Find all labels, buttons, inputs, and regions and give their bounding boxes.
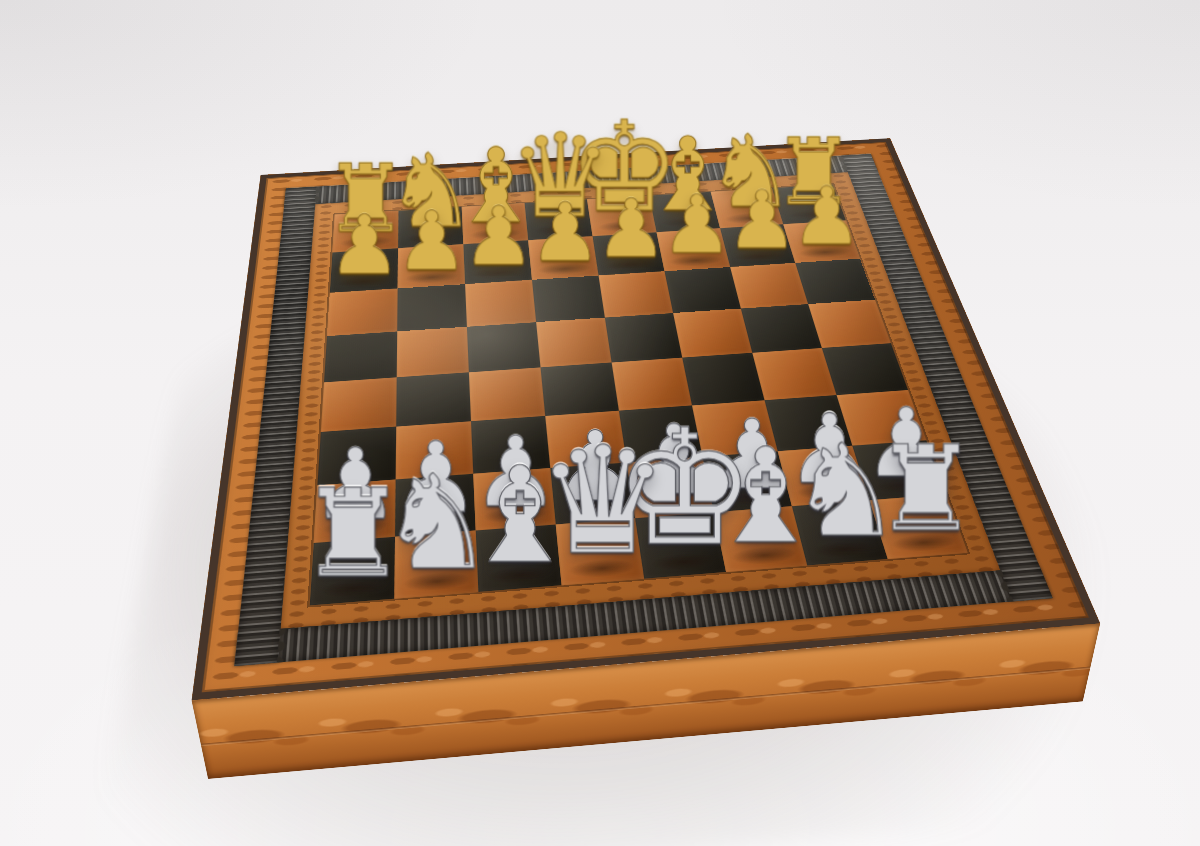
square-c4 [469, 367, 545, 421]
piece-gold-pawn: ♟ [726, 180, 798, 260]
piece-silver-rook: ♜ [298, 473, 407, 594]
piece-gold-pawn: ♟ [462, 196, 535, 277]
square-c7: ♟ [463, 240, 532, 284]
piece-gold-pawn: ♟ [595, 188, 667, 269]
piece-gold-pawn: ♟ [327, 204, 400, 286]
photo-backdrop: ♜♞♝♛♚♝♞♜♟♟♟♟♟♟♟♟♟♟♟♟♟♟♟♟♜♞♝♛♚♝♞♜ [0, 0, 1200, 846]
piece-gold-pawn: ♟ [660, 184, 732, 264]
board-top: ♜♞♝♛♚♝♞♜♟♟♟♟♟♟♟♟♟♟♟♟♟♟♟♟♜♞♝♛♚♝♞♜ [192, 138, 1101, 700]
chess-box: ♜♞♝♛♚♝♞♜♟♟♟♟♟♟♟♟♟♟♟♟♟♟♟♟♜♞♝♛♚♝♞♜ [208, 206, 1083, 779]
square-g6 [730, 263, 808, 309]
square-c6 [465, 280, 536, 327]
square-d7: ♟ [528, 236, 598, 280]
scene: ♜♞♝♛♚♝♞♜♟♟♟♟♟♟♟♟♟♟♟♟♟♟♟♟♜♞♝♛♚♝♞♜ [0, 0, 1200, 846]
square-b4 [396, 372, 471, 426]
square-b7: ♟ [398, 244, 465, 288]
square-c5 [467, 322, 541, 372]
square-a1: ♜ [310, 537, 395, 606]
piece-gold-pawn: ♟ [395, 200, 468, 281]
square-d4 [541, 362, 619, 415]
square-f7: ♟ [657, 228, 731, 271]
square-a7: ♟ [330, 248, 398, 293]
square-a4 [321, 377, 397, 432]
square-e6 [599, 271, 674, 317]
piece-gold-pawn: ♟ [529, 192, 601, 273]
